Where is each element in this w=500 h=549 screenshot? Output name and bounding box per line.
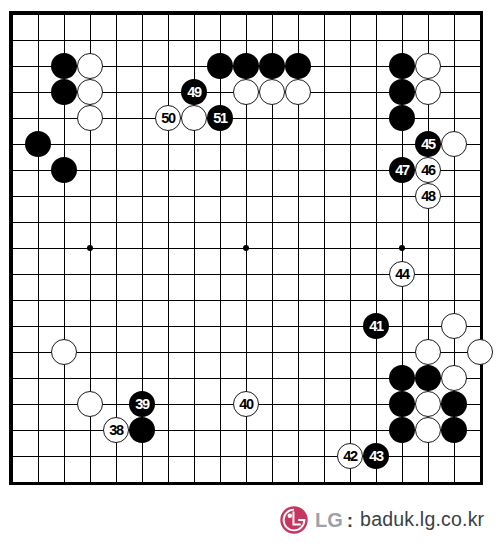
board-point <box>155 339 181 365</box>
board-point <box>51 391 77 417</box>
board-point <box>0 469 25 495</box>
board-point <box>441 391 467 417</box>
stone-black-47: 47 <box>389 157 415 183</box>
board-point <box>51 53 77 79</box>
board-point <box>441 53 467 79</box>
board-point: 42 <box>337 443 363 469</box>
move-number: 48 <box>421 188 435 203</box>
board-point <box>415 417 441 443</box>
board-point <box>337 287 363 313</box>
board-point <box>25 1 51 27</box>
board-point <box>441 287 467 313</box>
stone-black <box>441 391 467 417</box>
board-point <box>337 183 363 209</box>
board-point <box>207 131 233 157</box>
stone-black <box>129 417 155 443</box>
stone-black <box>389 105 415 131</box>
board-point <box>207 261 233 287</box>
stone-black <box>389 365 415 391</box>
board-point <box>311 235 337 261</box>
board-point <box>233 79 259 105</box>
board-point <box>51 183 77 209</box>
board-point <box>415 261 441 287</box>
board-point <box>25 27 51 53</box>
board-point <box>363 105 389 131</box>
board-point: 43 <box>363 443 389 469</box>
board-point <box>441 131 467 157</box>
move-number: 44 <box>395 266 409 281</box>
board-point <box>415 27 441 53</box>
board-point <box>181 469 207 495</box>
board-point <box>25 469 51 495</box>
board-point <box>363 183 389 209</box>
board-point <box>181 27 207 53</box>
board-point <box>181 105 207 131</box>
board-point <box>155 443 181 469</box>
board-point <box>389 417 415 443</box>
board-point <box>155 287 181 313</box>
board-point <box>25 443 51 469</box>
board-point <box>0 365 25 391</box>
board-point <box>103 365 129 391</box>
board-point <box>311 27 337 53</box>
board-point <box>337 105 363 131</box>
board-point <box>389 79 415 105</box>
board-point <box>129 183 155 209</box>
go-diagram-page: 4950514547464844413940384243 LG : baduk.… <box>0 0 500 549</box>
board-point <box>207 443 233 469</box>
stone-white <box>467 339 493 365</box>
board-point <box>415 1 441 27</box>
board-point <box>363 157 389 183</box>
board-point <box>25 53 51 79</box>
stone-white <box>51 339 77 365</box>
stone-white <box>415 53 441 79</box>
brand-text: LG <box>315 510 343 530</box>
board-point <box>389 469 415 495</box>
board-point <box>0 1 25 27</box>
board-point <box>311 157 337 183</box>
caption-url[interactable]: baduk.lg.co.kr <box>360 510 484 530</box>
board-point <box>441 469 467 495</box>
board-point <box>155 365 181 391</box>
stone-black <box>207 53 233 79</box>
stone-black <box>389 417 415 443</box>
board-point <box>155 313 181 339</box>
board-point <box>259 443 285 469</box>
board-point <box>51 131 77 157</box>
board-point <box>233 183 259 209</box>
board-point <box>467 287 493 313</box>
board-point <box>155 235 181 261</box>
board-point <box>337 365 363 391</box>
board-point <box>207 365 233 391</box>
board-point <box>207 27 233 53</box>
board-point <box>389 131 415 157</box>
board-point <box>259 287 285 313</box>
board-point <box>389 391 415 417</box>
board-point <box>389 313 415 339</box>
stone-white <box>285 79 311 105</box>
board-point <box>337 261 363 287</box>
board-point <box>155 183 181 209</box>
board-point <box>0 157 25 183</box>
stone-black-39: 39 <box>129 391 155 417</box>
move-number: 43 <box>369 448 383 463</box>
stone-black <box>415 365 441 391</box>
board-point <box>155 261 181 287</box>
board-point <box>0 339 25 365</box>
board-point <box>285 469 311 495</box>
board-point <box>207 287 233 313</box>
board-point <box>467 235 493 261</box>
board-point <box>441 27 467 53</box>
board-point <box>77 313 103 339</box>
board-point <box>285 417 311 443</box>
board-point <box>25 391 51 417</box>
board-point <box>77 1 103 27</box>
board-point <box>51 1 77 27</box>
board-point <box>311 365 337 391</box>
board-point <box>285 443 311 469</box>
board-point <box>103 261 129 287</box>
board-point: 46 <box>415 157 441 183</box>
board-point <box>77 157 103 183</box>
board-point <box>207 79 233 105</box>
board-point <box>285 235 311 261</box>
board-point <box>259 339 285 365</box>
board-point <box>259 391 285 417</box>
board-point <box>311 443 337 469</box>
board-point <box>155 1 181 27</box>
board-point: 48 <box>415 183 441 209</box>
board-point <box>103 105 129 131</box>
board-point <box>311 105 337 131</box>
board-point <box>415 235 441 261</box>
board-point <box>285 313 311 339</box>
stone-white <box>441 131 467 157</box>
board-point <box>181 209 207 235</box>
board-point <box>389 209 415 235</box>
board-point <box>181 235 207 261</box>
board-point <box>207 1 233 27</box>
board-point <box>77 209 103 235</box>
board-point <box>129 417 155 443</box>
stone-white <box>77 105 103 131</box>
stone-white <box>441 313 467 339</box>
board-point <box>467 157 493 183</box>
board-point <box>77 287 103 313</box>
board-point <box>337 313 363 339</box>
board-point <box>51 469 77 495</box>
board-point <box>77 365 103 391</box>
board-point <box>389 105 415 131</box>
board-point <box>337 157 363 183</box>
board-point <box>77 469 103 495</box>
board-point <box>259 313 285 339</box>
board-point <box>311 339 337 365</box>
board-point <box>129 131 155 157</box>
stone-white <box>181 105 207 131</box>
board-point <box>103 235 129 261</box>
board-point <box>51 287 77 313</box>
board-point <box>415 391 441 417</box>
board-point <box>181 417 207 443</box>
board-point <box>0 391 25 417</box>
board-point <box>0 209 25 235</box>
board-point <box>103 27 129 53</box>
board-point <box>77 417 103 443</box>
board-point <box>233 443 259 469</box>
board-point <box>363 417 389 443</box>
board-point <box>77 131 103 157</box>
board-point <box>259 27 285 53</box>
stone-black <box>51 53 77 79</box>
board-point <box>441 1 467 27</box>
board-point <box>155 79 181 105</box>
board-point <box>25 183 51 209</box>
board-point <box>415 313 441 339</box>
board-point <box>155 27 181 53</box>
stone-white <box>415 339 441 365</box>
board-point <box>259 365 285 391</box>
board-point <box>25 209 51 235</box>
board-point <box>311 183 337 209</box>
board-point <box>181 157 207 183</box>
board-point <box>103 443 129 469</box>
board-point <box>363 131 389 157</box>
move-number: 41 <box>369 318 383 333</box>
board-point <box>51 209 77 235</box>
board-point <box>207 469 233 495</box>
board-point <box>467 443 493 469</box>
board-point <box>129 443 155 469</box>
board-point <box>441 79 467 105</box>
board-point <box>337 417 363 443</box>
stone-white <box>415 391 441 417</box>
board-point <box>103 183 129 209</box>
stone-white <box>259 79 285 105</box>
board-point <box>0 235 25 261</box>
board-point <box>103 53 129 79</box>
board-point <box>51 79 77 105</box>
board-point <box>51 27 77 53</box>
board-point <box>285 339 311 365</box>
stone-white-44: 44 <box>389 261 415 287</box>
board-point <box>77 261 103 287</box>
board-point <box>389 27 415 53</box>
board-point <box>337 469 363 495</box>
board-point <box>441 261 467 287</box>
board-point <box>259 183 285 209</box>
board-point <box>233 339 259 365</box>
board-point <box>311 417 337 443</box>
board-point <box>337 391 363 417</box>
board-point <box>389 443 415 469</box>
board-point <box>415 469 441 495</box>
board-point <box>337 53 363 79</box>
board-point <box>51 443 77 469</box>
move-number: 45 <box>421 136 435 151</box>
board-point <box>337 339 363 365</box>
board-point <box>207 53 233 79</box>
board-point <box>285 183 311 209</box>
stone-white <box>77 391 103 417</box>
board-point <box>311 313 337 339</box>
board-point <box>259 417 285 443</box>
board-point <box>363 365 389 391</box>
board-point <box>311 391 337 417</box>
board-point <box>181 131 207 157</box>
board-point <box>25 105 51 131</box>
board-point <box>467 53 493 79</box>
stone-black-51: 51 <box>207 105 233 131</box>
board-point <box>129 157 155 183</box>
board-point <box>311 1 337 27</box>
board-point <box>363 1 389 27</box>
stone-black <box>233 53 259 79</box>
board-point <box>129 261 155 287</box>
board-point <box>103 79 129 105</box>
board-point <box>285 157 311 183</box>
board-point <box>363 391 389 417</box>
board-point: 51 <box>207 105 233 131</box>
board-point <box>25 79 51 105</box>
stone-black <box>389 391 415 417</box>
board-point <box>233 313 259 339</box>
stone-black <box>51 157 77 183</box>
board-point <box>181 339 207 365</box>
board-point <box>155 469 181 495</box>
board-point <box>103 209 129 235</box>
stone-black-43: 43 <box>363 443 389 469</box>
board-point <box>259 1 285 27</box>
board-point <box>285 105 311 131</box>
board-point <box>103 287 129 313</box>
board-point <box>207 313 233 339</box>
board-point <box>389 53 415 79</box>
stone-white <box>415 79 441 105</box>
board-point <box>155 209 181 235</box>
board-point <box>441 365 467 391</box>
board-point <box>389 235 415 261</box>
board-point <box>77 105 103 131</box>
board-point <box>415 79 441 105</box>
board-point <box>467 313 493 339</box>
board-point <box>285 53 311 79</box>
board-point <box>467 391 493 417</box>
board-point <box>207 183 233 209</box>
board-point <box>0 287 25 313</box>
go-board: 4950514547464844413940384243 <box>9 11 483 485</box>
board-point <box>363 339 389 365</box>
board-point <box>207 235 233 261</box>
board-point <box>467 209 493 235</box>
board-point <box>77 79 103 105</box>
stone-black <box>25 131 51 157</box>
board-point <box>467 365 493 391</box>
board-point: 41 <box>363 313 389 339</box>
board-point <box>415 209 441 235</box>
board-point <box>129 105 155 131</box>
stone-white <box>77 53 103 79</box>
board-point <box>233 287 259 313</box>
board-point <box>285 365 311 391</box>
board-point <box>0 105 25 131</box>
board-point: 39 <box>129 391 155 417</box>
stone-white <box>415 417 441 443</box>
board-point <box>467 261 493 287</box>
move-number: 40 <box>239 396 253 411</box>
board-point <box>311 287 337 313</box>
board-point <box>441 339 467 365</box>
board-point <box>233 157 259 183</box>
board-point <box>181 313 207 339</box>
stone-white-50: 50 <box>155 105 181 131</box>
board-point <box>233 209 259 235</box>
board-point <box>129 53 155 79</box>
board-point <box>25 131 51 157</box>
board-point <box>181 365 207 391</box>
board-point <box>25 287 51 313</box>
board-point <box>207 417 233 443</box>
board-point: 49 <box>181 79 207 105</box>
board-point <box>0 79 25 105</box>
board-point <box>25 157 51 183</box>
move-number: 38 <box>109 422 123 437</box>
board-point <box>285 287 311 313</box>
board-point <box>467 417 493 443</box>
board-point <box>415 53 441 79</box>
board-point <box>207 339 233 365</box>
board-point <box>155 417 181 443</box>
board-point <box>77 443 103 469</box>
board-point <box>337 1 363 27</box>
board-point <box>129 235 155 261</box>
board-point <box>467 27 493 53</box>
board-point <box>0 261 25 287</box>
board-point <box>467 79 493 105</box>
board-point <box>129 79 155 105</box>
board-point <box>51 105 77 131</box>
board-point <box>233 469 259 495</box>
board-point <box>259 235 285 261</box>
stone-white-46: 46 <box>415 157 441 183</box>
board-point <box>77 391 103 417</box>
board-point <box>25 261 51 287</box>
board-point <box>415 339 441 365</box>
move-number: 50 <box>161 110 175 125</box>
board-point <box>51 157 77 183</box>
board-point <box>467 339 493 365</box>
board-point: 44 <box>389 261 415 287</box>
board-point <box>363 261 389 287</box>
board-point <box>51 313 77 339</box>
stones-grid: 4950514547464844413940384243 <box>0 1 493 495</box>
stone-black <box>259 53 285 79</box>
board-point <box>25 365 51 391</box>
board-point <box>285 261 311 287</box>
board-point <box>233 53 259 79</box>
move-number: 51 <box>213 110 227 125</box>
board-point: 38 <box>103 417 129 443</box>
board-point <box>233 105 259 131</box>
board-point <box>51 365 77 391</box>
board-point <box>441 235 467 261</box>
board-point <box>233 261 259 287</box>
board-point <box>155 53 181 79</box>
board-point <box>389 287 415 313</box>
